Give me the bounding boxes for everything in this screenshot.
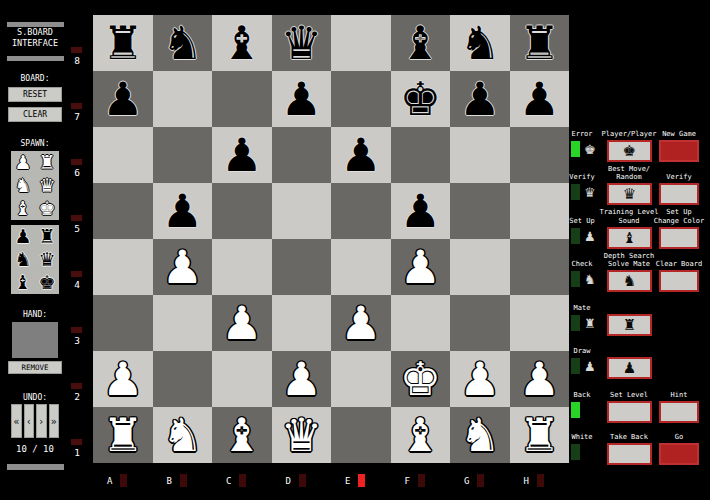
file-c-led <box>239 474 246 487</box>
divider-bar <box>7 56 64 61</box>
change-color-button[interactable] <box>659 227 699 249</box>
change-color-label: Change Color <box>646 217 710 225</box>
file-f-led <box>418 474 425 487</box>
square-d3[interactable] <box>272 295 332 351</box>
square-f8[interactable]: ♝ <box>391 15 451 71</box>
square-e2[interactable] <box>331 351 391 407</box>
rank-label-1: 1 <box>70 447 84 458</box>
rank-label-4: 4 <box>70 279 84 290</box>
black-pawn-icon: ♟ <box>623 361 636 376</box>
piece-rook-button[interactable]: ♜ <box>607 314 652 336</box>
spawn-white-rook[interactable]: ♜ <box>35 151 59 174</box>
spawn-white-queen[interactable]: ♛ <box>35 174 59 197</box>
black-king-icon: ♚ <box>38 273 55 292</box>
file-b-led <box>180 474 187 487</box>
square-b6[interactable] <box>153 127 213 183</box>
divider-bar <box>7 464 64 470</box>
black-pawn-piece[interactable]: ♟ <box>221 132 262 178</box>
square-d1[interactable]: ♛ <box>272 407 332 463</box>
square-c1[interactable]: ♝ <box>212 407 272 463</box>
black-bishop-piece[interactable]: ♝ <box>400 20 441 66</box>
black-bishop-piece[interactable]: ♝ <box>221 20 262 66</box>
led-verify <box>571 184 580 200</box>
verify-label: Verify <box>646 173 710 181</box>
remove-button[interactable]: REMOVE <box>8 361 62 374</box>
file-label-f: F <box>405 476 410 486</box>
square-f2[interactable]: ♚ <box>391 351 451 407</box>
black-pawn-piece[interactable]: ♟ <box>400 188 441 234</box>
spawn-white-king[interactable]: ♚ <box>35 197 59 220</box>
black-pawn-piece[interactable]: ♟ <box>162 188 203 234</box>
led-check <box>571 271 580 287</box>
king-icon: ♚ <box>584 143 596 156</box>
hint-label: Hint <box>646 391 710 399</box>
square-f7[interactable]: ♚ <box>391 71 451 127</box>
square-g5[interactable] <box>450 183 510 239</box>
chess-board: ♜♞♝♛♝♞♜♟♟♚♟♟♟♟♟♟♟♟♟♟♟♟♚♟♟♜♞♝♛♝♞♜ <box>93 15 569 463</box>
square-c7[interactable] <box>212 71 272 127</box>
rank-7-led <box>71 103 82 109</box>
hint-button[interactable] <box>659 401 699 423</box>
rank-8-led <box>71 47 82 53</box>
spawn-palette-white: ♟♜♞♛♝♚ <box>11 151 59 220</box>
solve-mate-button[interactable]: ♞ <box>607 270 652 292</box>
square-g7[interactable]: ♟ <box>450 71 510 127</box>
square-c8[interactable]: ♝ <box>212 15 272 71</box>
black-pawn-piece[interactable]: ♟ <box>340 132 381 178</box>
verify-button[interactable] <box>659 183 699 205</box>
file-label-a: A <box>107 476 112 486</box>
square-f4[interactable]: ♟ <box>391 239 451 295</box>
rank-label-2: 2 <box>70 391 84 402</box>
square-b3[interactable] <box>153 295 213 351</box>
square-e5[interactable] <box>331 183 391 239</box>
white-pawn-piece[interactable]: ♟ <box>340 300 381 346</box>
square-b1[interactable]: ♞ <box>153 407 213 463</box>
pawn-icon: ♟ <box>584 360 596 373</box>
square-b8[interactable]: ♞ <box>153 15 213 71</box>
black-pawn-piece[interactable]: ♟ <box>519 76 560 122</box>
square-e1[interactable] <box>331 407 391 463</box>
white-queen-piece[interactable]: ♛ <box>281 412 322 458</box>
square-e4[interactable] <box>331 239 391 295</box>
app-title-line2: INTERFACE <box>0 38 70 48</box>
spawn-section-label: SPAWN: <box>0 139 70 148</box>
go-label: Go <box>646 433 710 441</box>
spawn-white-knight[interactable]: ♞ <box>11 174 35 197</box>
depth-search-label: Depth Search <box>594 252 664 260</box>
white-bishop-piece[interactable]: ♝ <box>400 412 441 458</box>
rank-1-led <box>71 439 82 445</box>
rank-6-led <box>71 159 82 165</box>
rook-icon: ♜ <box>584 317 596 330</box>
file-e-led <box>358 474 365 487</box>
white-pawn-piece[interactable]: ♟ <box>519 356 560 402</box>
file-label-h: H <box>524 476 529 486</box>
undo-last-button[interactable]: » <box>49 404 60 438</box>
led-draw <box>571 358 580 374</box>
square-a8[interactable]: ♜ <box>93 15 153 71</box>
square-d5[interactable] <box>272 183 332 239</box>
square-g8[interactable]: ♞ <box>450 15 510 71</box>
square-b4[interactable]: ♟ <box>153 239 213 295</box>
black-bishop-icon: ♝ <box>14 273 31 292</box>
queen-icon: ♛ <box>584 186 596 199</box>
undo-forward-button[interactable]: › <box>36 404 47 438</box>
square-c3[interactable]: ♟ <box>212 295 272 351</box>
square-a3[interactable] <box>93 295 153 351</box>
square-a2[interactable]: ♟ <box>93 351 153 407</box>
file-label-d: D <box>286 476 291 486</box>
square-a4[interactable] <box>93 239 153 295</box>
square-h4[interactable] <box>510 239 570 295</box>
square-e3[interactable]: ♟ <box>331 295 391 351</box>
square-g2[interactable]: ♟ <box>450 351 510 407</box>
square-f3[interactable] <box>391 295 451 351</box>
go-button[interactable] <box>659 443 699 465</box>
sound-button[interactable]: ♝ <box>607 227 652 249</box>
spawn-black-queen[interactable]: ♛ <box>35 248 59 271</box>
indicator-label-draw: Draw <box>562 347 602 355</box>
square-f5[interactable]: ♟ <box>391 183 451 239</box>
black-rook-piece[interactable]: ♜ <box>519 20 560 66</box>
set-up-label: Set Up <box>646 208 710 216</box>
white-pawn-piece[interactable]: ♟ <box>162 244 203 290</box>
black-pawn-piece[interactable]: ♟ <box>459 76 500 122</box>
square-d2[interactable]: ♟ <box>272 351 332 407</box>
hand-slot[interactable] <box>12 322 58 358</box>
white-bishop-piece[interactable]: ♝ <box>221 412 262 458</box>
black-queen-icon: ♛ <box>623 187 636 202</box>
take-back-button[interactable] <box>607 443 652 465</box>
square-a1[interactable]: ♜ <box>93 407 153 463</box>
square-h6[interactable] <box>510 127 570 183</box>
file-a-led <box>120 474 127 487</box>
led-error <box>571 141 580 157</box>
white-pawn-piece[interactable]: ♟ <box>281 356 322 402</box>
led-mate <box>571 315 580 331</box>
player-player-button[interactable]: ♚ <box>607 140 652 162</box>
white-queen-icon: ♛ <box>38 176 55 195</box>
rank-label-8: 8 <box>70 55 84 66</box>
rank-label-5: 5 <box>70 223 84 234</box>
black-pawn-icon: ♟ <box>14 227 31 246</box>
black-knight-icon: ♞ <box>14 250 31 269</box>
file-d-led <box>299 474 306 487</box>
hand-section-label: HAND: <box>0 310 70 319</box>
clear-board-label: Clear Board <box>646 260 710 268</box>
undo-first-button[interactable]: « <box>11 404 22 438</box>
white-knight-piece[interactable]: ♞ <box>162 412 203 458</box>
black-rook-icon: ♜ <box>623 318 636 333</box>
white-king-piece[interactable]: ♚ <box>400 356 441 402</box>
app-title-line1: S.BOARD <box>0 27 70 37</box>
square-b7[interactable] <box>153 71 213 127</box>
white-knight-piece[interactable]: ♞ <box>459 412 500 458</box>
black-queen-icon: ♛ <box>38 250 55 269</box>
spawn-palette-black: ♟♜♞♛♝♚ <box>11 225 59 294</box>
clear-board-button[interactable] <box>659 270 699 292</box>
square-c5[interactable] <box>212 183 272 239</box>
square-c4[interactable] <box>212 239 272 295</box>
knight-icon: ♞ <box>584 273 596 286</box>
square-h1[interactable]: ♜ <box>510 407 570 463</box>
file-g-led <box>477 474 484 487</box>
square-h5[interactable] <box>510 183 570 239</box>
square-g3[interactable] <box>450 295 510 351</box>
file-label-e: E <box>345 476 350 486</box>
indicator-label-mate: Mate <box>562 304 602 312</box>
rank-label-6: 6 <box>70 167 84 178</box>
undo-back-button[interactable]: ‹ <box>24 404 35 438</box>
square-b2[interactable] <box>153 351 213 407</box>
square-g1[interactable]: ♞ <box>450 407 510 463</box>
rank-3-led <box>71 327 82 333</box>
square-e7[interactable] <box>331 71 391 127</box>
square-h7[interactable]: ♟ <box>510 71 570 127</box>
black-rook-piece[interactable]: ♜ <box>102 20 143 66</box>
spawn-black-king[interactable]: ♚ <box>35 271 59 294</box>
white-pawn-icon: ♟ <box>14 153 31 172</box>
piece-pawn-button[interactable]: ♟ <box>607 357 652 379</box>
led-white <box>571 444 580 460</box>
square-e8[interactable] <box>331 15 391 71</box>
black-pawn-piece[interactable]: ♟ <box>281 76 322 122</box>
spawn-white-bishop[interactable]: ♝ <box>11 197 35 220</box>
square-d4[interactable] <box>272 239 332 295</box>
reset-button[interactable]: RESET <box>8 87 62 102</box>
spawn-white-pawn[interactable]: ♟ <box>11 151 35 174</box>
black-pawn-piece[interactable]: ♟ <box>102 76 143 122</box>
black-king-piece[interactable]: ♚ <box>400 76 441 122</box>
square-d6[interactable] <box>272 127 332 183</box>
black-bishop-icon: ♝ <box>623 231 636 246</box>
white-knight-icon: ♞ <box>14 176 31 195</box>
black-queen-piece[interactable]: ♛ <box>281 20 322 66</box>
undo-controls: «‹›» <box>11 404 59 438</box>
square-a6[interactable] <box>93 127 153 183</box>
led-back <box>571 402 580 418</box>
white-pawn-piece[interactable]: ♟ <box>221 300 262 346</box>
file-label-b: B <box>167 476 172 486</box>
undo-section-label: UNDO: <box>0 393 70 402</box>
rank-label-3: 3 <box>70 335 84 346</box>
pawn-icon: ♟ <box>584 230 596 243</box>
square-c6[interactable]: ♟ <box>212 127 272 183</box>
square-a5[interactable] <box>93 183 153 239</box>
black-knight-piece[interactable]: ♞ <box>459 20 500 66</box>
white-king-icon: ♚ <box>38 199 55 218</box>
rank-4-led <box>71 271 82 277</box>
spawn-black-knight[interactable]: ♞ <box>11 248 35 271</box>
board-section-label: BOARD: <box>0 74 70 83</box>
square-b5[interactable]: ♟ <box>153 183 213 239</box>
square-d8[interactable]: ♛ <box>272 15 332 71</box>
square-f6[interactable] <box>391 127 451 183</box>
led-set-up <box>571 228 580 244</box>
spawn-black-pawn[interactable]: ♟ <box>11 225 35 248</box>
white-rook-icon: ♜ <box>38 153 55 172</box>
rank-label-7: 7 <box>70 111 84 122</box>
square-g6[interactable] <box>450 127 510 183</box>
square-h2[interactable]: ♟ <box>510 351 570 407</box>
black-knight-icon: ♞ <box>623 274 636 289</box>
file-label-c: C <box>226 476 231 486</box>
white-pawn-piece[interactable]: ♟ <box>102 356 143 402</box>
white-bishop-icon: ♝ <box>14 199 31 218</box>
square-d7[interactable]: ♟ <box>272 71 332 127</box>
square-c2[interactable] <box>212 351 272 407</box>
file-h-led <box>537 474 544 487</box>
white-pawn-piece[interactable]: ♟ <box>400 244 441 290</box>
spawn-black-rook[interactable]: ♜ <box>35 225 59 248</box>
square-h8[interactable]: ♜ <box>510 15 570 71</box>
black-king-icon: ♚ <box>623 144 636 159</box>
square-a7[interactable]: ♟ <box>93 71 153 127</box>
rank-5-led <box>71 215 82 221</box>
square-f1[interactable]: ♝ <box>391 407 451 463</box>
rank-2-led <box>71 383 82 389</box>
square-g4[interactable] <box>450 239 510 295</box>
new-game-label: New Game <box>646 130 710 138</box>
best-move-random-button[interactable]: ♛ <box>607 183 652 205</box>
white-rook-piece[interactable]: ♜ <box>102 412 143 458</box>
black-rook-icon: ♜ <box>38 227 55 246</box>
square-e6[interactable]: ♟ <box>331 127 391 183</box>
undo-counter: 10 / 10 <box>0 444 70 454</box>
black-knight-piece[interactable]: ♞ <box>162 20 203 66</box>
square-h3[interactable] <box>510 295 570 351</box>
new-game-button[interactable] <box>659 140 699 162</box>
clear-button[interactable]: CLEAR <box>8 107 62 122</box>
spawn-black-bishop[interactable]: ♝ <box>11 271 35 294</box>
white-pawn-piece[interactable]: ♟ <box>459 356 500 402</box>
set-level-button[interactable] <box>607 401 652 423</box>
chess-computer-interface: S.BOARD INTERFACE BOARD: RESET CLEAR SPA… <box>0 0 710 500</box>
white-rook-piece[interactable]: ♜ <box>519 412 560 458</box>
file-label-g: G <box>464 476 469 486</box>
